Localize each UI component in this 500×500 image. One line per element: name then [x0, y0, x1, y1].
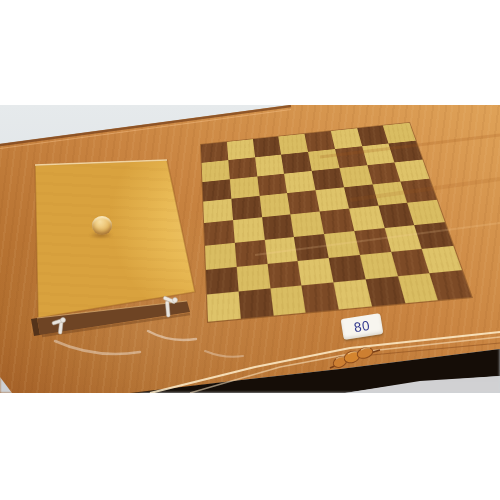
board-square	[231, 196, 262, 220]
board-square	[264, 237, 297, 264]
board-square	[287, 190, 319, 214]
board-square	[298, 257, 334, 285]
board-square	[207, 292, 241, 322]
board-square	[422, 245, 462, 273]
board-square	[401, 179, 437, 203]
board-square	[267, 260, 302, 288]
board-square	[407, 200, 444, 225]
board-square	[235, 240, 267, 267]
board-square	[291, 211, 324, 236]
lid-knob	[92, 216, 112, 235]
listing-photo-card: 80	[0, 0, 500, 500]
board-square	[294, 234, 329, 261]
board-square	[236, 263, 270, 291]
board-square	[270, 286, 306, 316]
board-square	[206, 266, 238, 294]
lot-number-text: 80	[353, 318, 371, 335]
white-band-bottom	[0, 393, 500, 500]
white-band-top	[0, 0, 500, 105]
board-square	[259, 193, 290, 217]
board-square	[204, 220, 235, 245]
board-square	[203, 199, 233, 223]
board-square	[262, 214, 294, 239]
board-square	[205, 243, 236, 270]
board-square	[238, 289, 273, 319]
board-square	[233, 217, 264, 242]
photo-of-games-table: 80	[0, 105, 500, 393]
board-square	[302, 283, 339, 313]
board-square	[414, 222, 453, 249]
